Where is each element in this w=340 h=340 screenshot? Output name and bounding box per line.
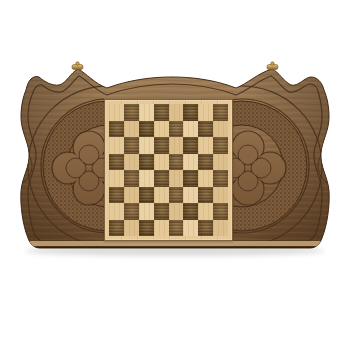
- square-b7: [124, 121, 139, 138]
- square-c3: [139, 187, 154, 204]
- square-h5: [213, 154, 228, 171]
- chessboard: [109, 104, 228, 236]
- square-f2: [183, 203, 198, 220]
- square-g6: [198, 137, 213, 154]
- square-e4: [169, 170, 184, 187]
- square-c7: [139, 121, 154, 138]
- square-f6: [183, 137, 198, 154]
- square-d7: [154, 121, 169, 138]
- square-b6: [124, 137, 139, 154]
- square-e1: [169, 220, 184, 237]
- square-b1: [124, 220, 139, 237]
- square-c8: [139, 104, 154, 121]
- square-a3: [109, 187, 124, 204]
- square-e7: [169, 121, 184, 138]
- square-c5: [139, 154, 154, 171]
- square-f4: [183, 170, 198, 187]
- square-a4: [109, 170, 124, 187]
- hinge-right: [267, 62, 278, 70]
- square-g7: [198, 121, 213, 138]
- square-h3: [213, 187, 228, 204]
- square-b5: [124, 154, 139, 171]
- square-g2: [198, 203, 213, 220]
- square-h1: [213, 220, 228, 237]
- square-c4: [139, 170, 154, 187]
- square-a6: [109, 137, 124, 154]
- square-f8: [183, 104, 198, 121]
- square-b2: [124, 203, 139, 220]
- square-e2: [169, 203, 184, 220]
- square-d5: [154, 154, 169, 171]
- square-h7: [213, 121, 228, 138]
- square-d3: [154, 187, 169, 204]
- square-b8: [124, 104, 139, 121]
- square-e5: [169, 154, 184, 171]
- square-g5: [198, 154, 213, 171]
- square-d1: [154, 220, 169, 237]
- square-a8: [109, 104, 124, 121]
- square-e6: [169, 137, 184, 154]
- square-g1: [198, 220, 213, 237]
- square-g3: [198, 187, 213, 204]
- hinge-left: [72, 62, 83, 70]
- square-d6: [154, 137, 169, 154]
- square-g4: [198, 170, 213, 187]
- square-h4: [213, 170, 228, 187]
- square-e3: [169, 187, 184, 204]
- square-f3: [183, 187, 198, 204]
- square-c2: [139, 203, 154, 220]
- square-d2: [154, 203, 169, 220]
- square-f5: [183, 154, 198, 171]
- square-b4: [124, 170, 139, 187]
- product-photo: [0, 0, 340, 340]
- square-h8: [213, 104, 228, 121]
- square-h6: [213, 137, 228, 154]
- square-d4: [154, 170, 169, 187]
- square-a2: [109, 203, 124, 220]
- chessboard-panel: [104, 99, 233, 241]
- square-a5: [109, 154, 124, 171]
- square-g8: [198, 104, 213, 121]
- square-c1: [139, 220, 154, 237]
- square-h2: [213, 203, 228, 220]
- square-d8: [154, 104, 169, 121]
- square-f7: [183, 121, 198, 138]
- square-a7: [109, 121, 124, 138]
- square-b3: [124, 187, 139, 204]
- square-f1: [183, 220, 198, 237]
- square-e8: [169, 104, 184, 121]
- square-c6: [139, 137, 154, 154]
- square-a1: [109, 220, 124, 237]
